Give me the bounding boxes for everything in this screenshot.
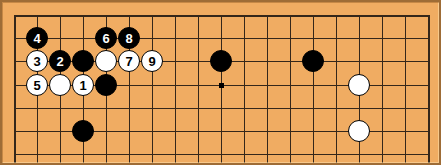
stone-white: 3 (26, 50, 48, 72)
stone-black: 6 (95, 27, 117, 49)
grid-line-horizontal (14, 15, 430, 17)
grid-line-horizontal (14, 38, 430, 39)
go-board: 468327951 (0, 0, 441, 165)
stone-white (348, 74, 370, 96)
stone-white: 5 (26, 74, 48, 96)
stone-white (95, 50, 117, 72)
stone-black (72, 50, 94, 72)
stone-black: 4 (26, 27, 48, 49)
stone-black (302, 50, 324, 72)
grid-line-horizontal (14, 108, 430, 109)
stone-white (49, 74, 71, 96)
stone-white: 7 (118, 50, 140, 72)
stone-black (210, 50, 232, 72)
stone-black (95, 74, 117, 96)
grid-line-horizontal (14, 154, 430, 155)
stone-white (348, 120, 370, 142)
stone-black (72, 120, 94, 142)
stone-white: 1 (72, 74, 94, 96)
stone-white: 9 (141, 50, 163, 72)
go-diagram: 468327951 (0, 0, 441, 165)
stone-black: 8 (118, 27, 140, 49)
star-point (219, 83, 224, 88)
stone-black: 2 (49, 50, 71, 72)
